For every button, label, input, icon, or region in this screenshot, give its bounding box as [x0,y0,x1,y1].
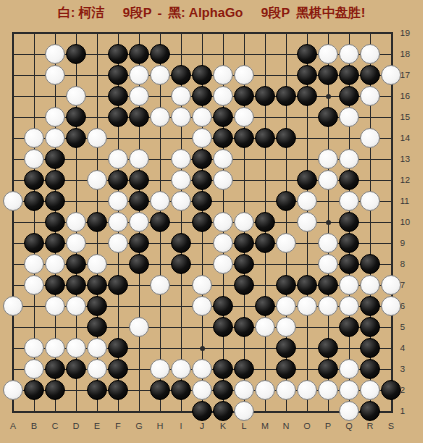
stone-white [318,44,338,64]
stone-black [213,359,233,379]
row-label: 5 [400,322,416,332]
stone-white [192,296,212,316]
stone-black [339,233,359,253]
row-label: 3 [400,364,416,374]
stone-white [339,401,359,421]
row-label: 1 [400,406,416,416]
stone-black [318,107,338,127]
stone-white [171,149,191,169]
stone-white [339,107,359,127]
stone-black [108,275,128,295]
stone-black [24,170,44,190]
stone-black [276,275,296,295]
stone-white [66,212,86,232]
stone-black [255,128,275,148]
stone-black [339,170,359,190]
stone-white [192,359,212,379]
column-label: O [300,421,314,431]
column-label: E [90,421,104,431]
stone-white [339,149,359,169]
stone-black [87,275,107,295]
stone-black [297,44,317,64]
stone-white [339,296,359,316]
row-label: 13 [400,154,416,164]
stone-black [45,212,65,232]
stone-white [234,380,254,400]
row-label: 4 [400,343,416,353]
row-label: 15 [400,112,416,122]
row-label: 6 [400,301,416,311]
column-label: F [111,421,125,431]
stone-black [192,170,212,190]
column-label: L [237,421,251,431]
stone-black [255,86,275,106]
stone-white [360,44,380,64]
stone-black [276,338,296,358]
stone-black [234,275,254,295]
stone-black [129,44,149,64]
row-label: 11 [400,196,416,206]
row-label: 8 [400,259,416,269]
stone-white [3,296,23,316]
stone-white [150,65,170,85]
column-label: H [153,421,167,431]
stone-white [360,128,380,148]
stone-white [66,338,86,358]
stone-white [3,380,23,400]
stone-white [339,380,359,400]
stone-white [381,296,401,316]
stone-white [255,317,275,337]
stone-black [276,191,296,211]
stone-white [276,233,296,253]
stone-black [213,317,233,337]
stone-white [66,233,86,253]
stone-white [45,128,65,148]
stone-black [24,380,44,400]
stone-white [297,380,317,400]
column-label: B [27,421,41,431]
row-label: 14 [400,133,416,143]
row-label: 19 [400,28,416,38]
stone-white [360,191,380,211]
stone-white [150,107,170,127]
stone-white [192,275,212,295]
stone-black [171,233,191,253]
column-label: M [258,421,272,431]
stone-black [318,359,338,379]
stone-white [129,317,149,337]
stone-white [3,191,23,211]
stone-black [339,65,359,85]
column-label: R [363,421,377,431]
stone-black [192,86,212,106]
stone-black [360,65,380,85]
stone-white [45,107,65,127]
stone-black [339,254,359,274]
stone-white [108,212,128,232]
stone-black [297,86,317,106]
stone-black [276,359,296,379]
stone-black [297,65,317,85]
stone-black [150,44,170,64]
row-label: 7 [400,280,416,290]
stone-white [360,275,380,295]
stone-white [234,65,254,85]
stone-white [276,380,296,400]
row-label: 18 [400,49,416,59]
row-label: 12 [400,175,416,185]
stone-white [213,86,233,106]
stone-black [213,107,233,127]
stone-white [297,212,317,232]
stone-black [45,380,65,400]
stone-white [24,149,44,169]
stone-white [213,65,233,85]
stone-white [234,107,254,127]
stone-white [339,191,359,211]
stone-white [24,338,44,358]
stone-white [87,170,107,190]
stone-white [381,275,401,295]
column-label: D [69,421,83,431]
stone-black [45,170,65,190]
stone-white [360,86,380,106]
stone-black [360,401,380,421]
stone-white [24,275,44,295]
stone-white [87,359,107,379]
stone-black [66,254,86,274]
column-label: G [132,421,146,431]
stone-white [171,107,191,127]
stone-white [24,359,44,379]
stone-black [339,86,359,106]
stone-black [66,44,86,64]
stone-black [234,128,254,148]
stone-black [108,338,128,358]
stone-white [339,275,359,295]
stone-black [129,191,149,211]
stone-black [108,170,128,190]
stone-white [318,170,338,190]
stone-white [150,191,170,211]
stone-black [171,380,191,400]
stone-black [297,170,317,190]
stone-white [129,86,149,106]
stone-black [66,275,86,295]
stone-black [87,317,107,337]
stone-black [276,86,296,106]
stone-black [129,233,149,253]
stone-white [108,233,128,253]
stone-black [171,65,191,85]
stone-white [213,254,233,274]
stone-white [171,86,191,106]
stone-white [192,380,212,400]
stone-black [108,86,128,106]
stone-black [108,107,128,127]
stone-black [381,380,401,400]
stone-black [318,338,338,358]
column-label: S [384,421,398,431]
stone-black [108,380,128,400]
stone-black [66,128,86,148]
stone-white [129,149,149,169]
stone-black [339,317,359,337]
stone-black [339,212,359,232]
stone-white [150,275,170,295]
stone-white [276,317,296,337]
stone-black [213,380,233,400]
stone-black [297,275,317,295]
row-label: 9 [400,238,416,248]
stone-black [360,296,380,316]
stone-white [171,191,191,211]
stone-white [171,170,191,190]
stone-black [129,170,149,190]
stone-white [381,65,401,85]
column-label: A [6,421,20,431]
stone-black [45,275,65,295]
stone-black [255,233,275,253]
stone-white [297,296,317,316]
stone-black [255,212,275,232]
column-label: P [321,421,335,431]
stone-white [87,254,107,274]
stone-white [24,128,44,148]
stone-black [192,401,212,421]
stone-white [255,380,275,400]
stone-black [129,254,149,274]
stone-white [108,191,128,211]
stone-white [171,359,191,379]
stone-black [108,65,128,85]
stone-black [66,107,86,127]
stone-white [297,191,317,211]
star-point [200,346,205,351]
stone-black [360,254,380,274]
stone-black [45,233,65,253]
column-label: K [216,421,230,431]
stone-white [150,359,170,379]
stone-black [234,254,254,274]
stone-black [24,233,44,253]
stone-white [318,296,338,316]
stone-black [87,380,107,400]
stone-white [213,233,233,253]
stone-white [45,44,65,64]
stone-black [213,401,233,421]
stone-white [234,212,254,232]
stone-black [45,359,65,379]
stone-black [255,296,275,316]
stone-white [24,254,44,274]
stone-black [150,380,170,400]
stone-white [45,254,65,274]
stone-black [24,191,44,211]
stone-black [45,149,65,169]
stone-black [192,149,212,169]
go-board[interactable]: ABCDEFGHIJKLMNOPQRS191817161514131211109… [0,0,423,443]
stone-white [318,149,338,169]
stone-black [213,128,233,148]
row-label: 16 [400,91,416,101]
stone-black [66,359,86,379]
stone-black [234,317,254,337]
stone-black [108,359,128,379]
column-label: J [195,421,209,431]
stone-white [87,338,107,358]
column-label: Q [342,421,356,431]
stone-black [87,296,107,316]
column-label: C [48,421,62,431]
stone-black [129,107,149,127]
stone-white [45,338,65,358]
stone-white [129,65,149,85]
stone-white [213,170,233,190]
star-point [326,220,331,225]
stone-white [318,380,338,400]
stone-black [234,233,254,253]
stone-black [45,191,65,211]
stone-white [87,128,107,148]
stone-white [45,65,65,85]
stone-black [171,254,191,274]
stone-white [339,359,359,379]
stone-black [150,212,170,232]
stone-white [66,86,86,106]
stone-black [276,128,296,148]
column-label: N [279,421,293,431]
stone-black [192,212,212,232]
star-point [326,94,331,99]
stone-white [45,296,65,316]
row-label: 10 [400,217,416,227]
stone-white [66,296,86,316]
stone-white [360,380,380,400]
stone-white [192,107,212,127]
stone-black [192,191,212,211]
stone-white [318,233,338,253]
stone-white [276,296,296,316]
stone-white [192,128,212,148]
stone-black [360,317,380,337]
stone-white [234,401,254,421]
stone-white [213,212,233,232]
stone-black [87,212,107,232]
stone-black [360,338,380,358]
stone-white [108,149,128,169]
stone-white [213,149,233,169]
stone-white [129,212,149,232]
row-label: 17 [400,70,416,80]
stone-black [213,296,233,316]
stone-black [360,359,380,379]
stone-black [318,275,338,295]
stone-black [192,65,212,85]
stone-white [318,254,338,274]
stone-white [339,44,359,64]
stone-black [234,86,254,106]
row-label: 2 [400,385,416,395]
stone-black [234,359,254,379]
stone-black [108,44,128,64]
stone-black [318,65,338,85]
column-label: I [174,421,188,431]
